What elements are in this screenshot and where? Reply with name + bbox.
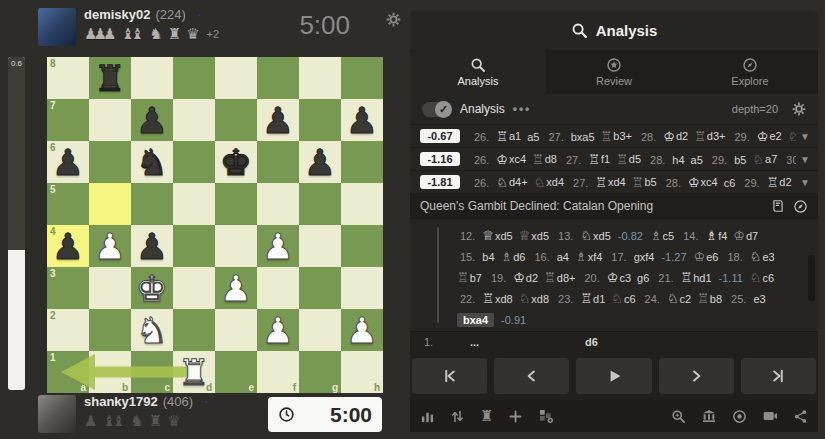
move-san[interactable]: ♖d2 xyxy=(767,175,792,190)
chevron-down-icon[interactable]: ▼ xyxy=(800,154,810,165)
square-c5[interactable] xyxy=(131,183,173,225)
file-label: g xyxy=(332,382,338,393)
move-san[interactable]: ♖b8 xyxy=(697,291,722,306)
file-label: c xyxy=(164,382,170,393)
setup-pieces-icon[interactable]: ♜ xyxy=(480,409,493,424)
captured-pieces-bottom: ♟♝♝♞♜♛ xyxy=(84,411,181,431)
move-san[interactable]: ♖d8+ xyxy=(544,270,575,285)
flip-board-icon[interactable] xyxy=(450,409,465,424)
move-san[interactable]: ♖d1 xyxy=(580,291,605,306)
gif-camera-icon[interactable] xyxy=(762,408,778,424)
move-san[interactable]: ♔xc4 xyxy=(688,175,718,190)
move-san[interactable]: ♖b7 xyxy=(457,270,482,285)
rank-label: 3 xyxy=(50,268,56,279)
move-san[interactable]: ♘c6 xyxy=(750,270,774,285)
square-a2[interactable]: 2 xyxy=(47,309,89,351)
analysis-toggle[interactable]: ✓ xyxy=(422,102,452,117)
panel-title: Analysis xyxy=(596,22,658,39)
move-san[interactable]: ♘xd4 xyxy=(534,175,564,190)
engine-eval-badge: -0.67 xyxy=(420,129,460,143)
bottom-player-bar: shanky1792 (406) ♟♝♝♞♜♛ 5:00 xyxy=(0,393,410,439)
india-flag-icon xyxy=(191,9,207,20)
file-label: b xyxy=(122,382,128,393)
black-rook-figurine: ♖ xyxy=(697,291,709,306)
square-h8[interactable] xyxy=(341,57,383,99)
square-a3[interactable]: 3 xyxy=(47,267,89,309)
black-knight-figurine: ♘ xyxy=(750,270,762,285)
move-san[interactable]: ♖xd4 xyxy=(595,175,625,190)
move-number: 28. xyxy=(641,131,656,143)
square-e8[interactable] xyxy=(215,57,257,99)
analysis-magnifier-icon xyxy=(571,22,588,39)
white-king-figurine: ♔ xyxy=(663,129,675,144)
square-a5[interactable]: 5 xyxy=(47,183,89,225)
board-settings-gear-icon[interactable] xyxy=(386,12,401,27)
square-b6[interactable] xyxy=(89,141,131,183)
square-b8[interactable]: ♜ xyxy=(89,57,131,99)
move-san[interactable]: ♔d2 xyxy=(663,129,688,144)
white-pawn: ♟ xyxy=(89,225,131,267)
file-label: h xyxy=(374,382,380,393)
square-c2[interactable]: ♞ xyxy=(131,309,173,351)
captured-knight-icon: ♞ xyxy=(130,412,143,430)
move-number: 26. xyxy=(474,177,489,189)
chevron-down-icon[interactable]: ▼ xyxy=(800,131,810,142)
move-number: 20. xyxy=(584,272,599,284)
square-f2[interactable]: ♟ xyxy=(257,309,299,351)
square-e3[interactable]: ♟ xyxy=(215,267,257,309)
chess-board[interactable]: 8♜7♟♟♟6♟♞♚♟54♟♟♟♟3♚♟2♞♟♟1abcd♜efgh xyxy=(47,57,383,393)
move-number: 27. xyxy=(566,154,581,166)
player-name[interactable]: shanky1792 xyxy=(84,394,158,409)
top-player-bar: demisky02 (224) ♟♟♟♝♝♞♜♛+2 5:00 xyxy=(0,6,410,54)
square-f1[interactable]: f xyxy=(257,351,299,393)
square-f3[interactable] xyxy=(257,267,299,309)
square-d1[interactable]: d♜ xyxy=(173,351,215,393)
square-g1[interactable]: g xyxy=(299,351,341,393)
square-g4[interactable] xyxy=(299,225,341,267)
square-d8[interactable] xyxy=(173,57,215,99)
move-number: 29. xyxy=(734,131,749,143)
black-knight-figurine: ♘ xyxy=(611,291,623,306)
move-number: 26. xyxy=(474,154,489,166)
analysis-toolbar: ♜ xyxy=(410,400,818,432)
move-number: 27. xyxy=(573,177,588,189)
white-rook-figurine: ♖ xyxy=(681,270,693,285)
square-h1[interactable]: h xyxy=(341,351,383,393)
white-king-figurine: ♔ xyxy=(688,175,700,190)
move-san[interactable]: e3 xyxy=(753,293,765,305)
move-san[interactable]: ♘xd8 xyxy=(519,291,549,306)
black-bishop-figurine: ♗ xyxy=(650,228,662,243)
square-d7[interactable] xyxy=(173,99,215,141)
first-move-button[interactable] xyxy=(412,358,487,394)
move-number: 23. xyxy=(558,293,573,305)
square-g3[interactable] xyxy=(299,267,341,309)
move-san[interactable]: ♘c2 xyxy=(667,291,691,306)
rank-label: 1 xyxy=(50,352,56,363)
white-rook-figurine: ♖ xyxy=(588,152,600,167)
square-e4[interactable] xyxy=(215,225,257,267)
captured-rook-icon: ♜ xyxy=(149,412,162,430)
captured-pieces-top: ♟♟♟♝♝♞♜♛+2 xyxy=(84,24,219,44)
square-a6[interactable]: 6♟ xyxy=(47,141,89,183)
black-rook-figurine: ♖ xyxy=(544,270,556,285)
white-king-figurine: ♔ xyxy=(757,129,769,144)
white-rook-figurine: ♖ xyxy=(767,175,779,190)
square-g7[interactable] xyxy=(299,99,341,141)
move-san[interactable]: ♗xf4 xyxy=(575,249,602,264)
square-f7[interactable]: ♟ xyxy=(257,99,299,141)
move-san[interactable]: ♖xd8 xyxy=(482,291,512,306)
move-san[interactable]: ♖d5 xyxy=(616,152,641,167)
move-number: 30. xyxy=(786,154,796,166)
move-san[interactable]: ♘a7 xyxy=(752,152,777,167)
square-f4[interactable]: ♟ xyxy=(257,225,299,267)
rank-label: 5 xyxy=(50,184,56,195)
captured-queen-icon: ♛ xyxy=(186,25,199,43)
black-king: ♚ xyxy=(215,141,257,183)
mainline-move-row: 1. ... d6 xyxy=(410,331,818,352)
move-list: 12.♕xd5♕xd513.♘xd5-0.82♗c514.♗f4♔d715.b4… xyxy=(410,219,818,331)
file-label: a xyxy=(80,382,86,393)
move-san[interactable]: ♔e2 xyxy=(757,129,782,144)
tab-bar: Analysis Review Explore xyxy=(410,50,818,94)
file-label: f xyxy=(293,382,296,393)
previous-move-button[interactable] xyxy=(494,358,569,394)
india-flag-icon xyxy=(198,396,214,407)
move-number: 15. xyxy=(460,251,475,263)
move-san[interactable]: ♗c5 xyxy=(650,228,674,243)
captured-bishop-icon: ♝♝ xyxy=(121,25,144,43)
square-g2[interactable] xyxy=(299,309,341,351)
next-move-button[interactable] xyxy=(659,358,734,394)
white-pawn: ♟ xyxy=(215,267,257,309)
square-a7[interactable]: 7 xyxy=(47,99,89,141)
black-pawn: ♟ xyxy=(341,99,383,141)
move-san[interactable]: ♖hd1 xyxy=(681,270,712,285)
move-eval: -0.91 xyxy=(501,314,526,326)
rank-label: 8 xyxy=(50,58,56,69)
white-rook-figurine: ♖ xyxy=(496,129,508,144)
square-b1[interactable]: b xyxy=(89,351,131,393)
black-bishop-figurine: ♗ xyxy=(575,249,587,264)
move-san[interactable]: a4 xyxy=(557,251,569,263)
move-san[interactable]: ♔d7 xyxy=(733,228,758,243)
tab-explore[interactable]: Explore xyxy=(682,50,818,94)
chevron-down-icon[interactable]: ▼ xyxy=(800,177,810,188)
move-san[interactable]: ♗f4 xyxy=(705,228,727,243)
square-b2[interactable] xyxy=(89,309,131,351)
engine-line-moves: 26.♘d4+♘xd427.♖xd4♖b528.♔xc4c629.♖d2a530… xyxy=(468,175,796,190)
captured-rook-icon: ♜ xyxy=(168,25,181,43)
square-f5[interactable] xyxy=(257,183,299,225)
current-move[interactable]: bxa4 xyxy=(457,313,494,327)
black-rook-figurine: ♖ xyxy=(532,152,544,167)
move-san[interactable]: ♔e6 xyxy=(694,249,719,264)
move-number: 21. xyxy=(658,272,673,284)
material-advantage: +2 xyxy=(207,28,220,40)
square-h3[interactable] xyxy=(341,267,383,309)
move-number: 16. xyxy=(534,251,549,263)
player-rating: (406) xyxy=(163,394,193,409)
panel-header: Analysis xyxy=(410,10,818,50)
move-san[interactable]: b5 xyxy=(734,154,746,166)
compass-icon xyxy=(742,57,758,73)
black-pawn: ♟ xyxy=(47,225,89,267)
last-move-button[interactable] xyxy=(741,358,816,394)
add-icon[interactable] xyxy=(508,409,523,424)
move-list-row: 22.♖xd8♘xd823.♖d1♘c624.♘c2♖b825.e3 xyxy=(454,288,818,309)
star-circle-icon xyxy=(606,57,622,73)
white-rook-figurine: ♖ xyxy=(580,291,592,306)
move-number: 29. xyxy=(712,154,727,166)
square-h6[interactable] xyxy=(341,141,383,183)
square-b7[interactable] xyxy=(89,99,131,141)
move-san[interactable]: ♕xd5 xyxy=(482,228,512,243)
black-rook-figurine: ♖ xyxy=(601,129,613,144)
white-king-figurine: ♔ xyxy=(496,152,508,167)
black-bishop-figurine: ♗ xyxy=(501,249,513,264)
black-rook-figurine: ♖ xyxy=(457,270,469,285)
square-e2[interactable] xyxy=(215,309,257,351)
avatar[interactable] xyxy=(38,395,76,433)
move-san[interactable]: ♔d2 xyxy=(513,270,538,285)
openings-library-icon[interactable] xyxy=(701,408,717,424)
move-eval: -1.27 xyxy=(661,251,686,263)
white-king: ♚ xyxy=(131,267,173,309)
move-san[interactable]: ♘c6 xyxy=(611,291,635,306)
move-number: 25. xyxy=(731,293,746,305)
move-eval: -0.82 xyxy=(618,230,643,242)
square-g8[interactable] xyxy=(299,57,341,99)
square-c6[interactable]: ♞ xyxy=(131,141,173,183)
more-options-dots-icon[interactable]: ••• xyxy=(513,102,532,116)
move-san[interactable]: ♘d4+ xyxy=(496,175,527,190)
move-san[interactable]: gxf4 xyxy=(634,251,655,263)
move-black[interactable]: d6 xyxy=(559,336,674,348)
square-e6[interactable]: ♚ xyxy=(215,141,257,183)
engine-eval-badge: -1.81 xyxy=(420,175,460,189)
top-clock: 5:00 xyxy=(288,10,350,41)
move-san[interactable]: ♘xd5 xyxy=(580,228,610,243)
captured-knight-icon: ♞ xyxy=(149,25,162,43)
navigation-row xyxy=(410,352,818,400)
move-number: 22. xyxy=(460,293,475,305)
rank-label: 2 xyxy=(50,310,56,321)
play-button[interactable] xyxy=(576,358,651,394)
move-number: 17. xyxy=(611,251,626,263)
square-d3[interactable] xyxy=(173,267,215,309)
engine-toggle-row: ✓ Analysis ••• depth=20 xyxy=(410,94,818,124)
square-d2[interactable] xyxy=(173,309,215,351)
depth-label: depth=20 xyxy=(732,103,778,115)
white-knight-figurine: ♘ xyxy=(496,175,508,190)
move-number: 19. xyxy=(491,272,506,284)
move-san[interactable]: ♖d3+ xyxy=(694,129,725,144)
engine-line[interactable]: -1.8126.♘d4+♘xd427.♖xd4♖b528.♔xc4c629.♖d… xyxy=(410,170,818,193)
engine-lines: -0.6726.♖a1a527.bxa5♖b3+28.♔d2♖d3+29.♔e2… xyxy=(410,124,818,193)
evaluation-label: 0.6 xyxy=(8,59,25,68)
move-list-row: bxa4-0.91 xyxy=(454,309,818,330)
engine-line[interactable]: -0.6726.♖a1a527.bxa5♖b3+28.♔d2♖d3+29.♔e2… xyxy=(410,124,818,147)
avatar[interactable] xyxy=(38,8,76,46)
engine-eval-badge: -1.16 xyxy=(420,152,460,166)
white-pawn: ♟ xyxy=(257,225,299,267)
black-rook-figurine: ♖ xyxy=(616,152,628,167)
analysis-panel: Analysis Analysis Review Explore ✓ Analy… xyxy=(410,10,818,439)
black-knight: ♞ xyxy=(131,141,173,183)
square-c4[interactable]: ♟ xyxy=(131,225,173,267)
square-b3[interactable] xyxy=(89,267,131,309)
opening-book-icon[interactable] xyxy=(771,199,785,213)
engine-settings-gear-icon[interactable] xyxy=(792,102,806,116)
black-rook: ♜ xyxy=(89,57,131,99)
move-san[interactable]: h4 xyxy=(672,154,684,166)
white-pawn: ♟ xyxy=(341,309,383,351)
move-number: 26. xyxy=(474,131,489,143)
move-san[interactable]: ♔xc4 xyxy=(496,152,526,167)
move-number: 28. xyxy=(650,154,665,166)
square-e1[interactable]: e xyxy=(215,351,257,393)
square-c8[interactable] xyxy=(131,57,173,99)
zoom-icon[interactable] xyxy=(671,409,686,424)
move-list-row: 12.♕xd5♕xd513.♘xd5-0.82♗c514.♗f4♔d7 xyxy=(454,225,818,246)
move-san[interactable]: ♖f1 xyxy=(588,152,610,167)
move-number: 18. xyxy=(727,251,742,263)
square-a4[interactable]: 4♟ xyxy=(47,225,89,267)
black-pawn: ♟ xyxy=(299,141,341,183)
white-knight-figurine: ♘ xyxy=(750,249,762,264)
move-san[interactable]: ♖b3+ xyxy=(601,129,632,144)
move-list-row: ♖b719.♔d2♖d8+20.♔c3g621.♖hd1-1.11♘c6 xyxy=(454,267,818,288)
eval-graph-icon[interactable] xyxy=(420,409,435,424)
black-rook-figurine: ♖ xyxy=(694,129,706,144)
black-pawn: ♟ xyxy=(131,225,173,267)
captured-pawn-icon: ♟♟♟ xyxy=(84,25,116,43)
move-san[interactable]: ♔c3 xyxy=(607,270,631,285)
evaluation-bar: 0.6 xyxy=(8,57,25,390)
square-f8[interactable] xyxy=(257,57,299,99)
square-a1[interactable]: 1a xyxy=(47,351,89,393)
move-number: 28. xyxy=(666,177,681,189)
square-a8[interactable]: 8 xyxy=(47,57,89,99)
white-knight-figurine: ♘ xyxy=(580,228,592,243)
variation-guide-line xyxy=(437,227,439,323)
captured-pawn-icon: ♟ xyxy=(84,412,97,430)
white-king-figurine: ♔ xyxy=(513,270,525,285)
move-number: 1. xyxy=(410,336,444,348)
move-number: 12. xyxy=(460,230,475,242)
square-c7[interactable]: ♟ xyxy=(131,99,173,141)
move-san[interactable]: ♘e3 xyxy=(750,249,775,264)
explorer-compass-icon[interactable] xyxy=(793,199,808,214)
square-e7[interactable] xyxy=(215,99,257,141)
move-san[interactable]: a5 xyxy=(691,154,703,166)
move-san[interactable]: ♖a1 xyxy=(496,129,521,144)
move-number: 29. xyxy=(744,177,759,189)
white-king-figurine: ♔ xyxy=(607,270,619,285)
tab-review[interactable]: Review xyxy=(546,50,682,94)
black-knight-figurine: ♘ xyxy=(534,175,546,190)
focus-icon[interactable] xyxy=(732,409,747,424)
opening-row: Queen's Gambit Declined: Catalan Opening xyxy=(410,193,818,219)
captured-bishop-icon: ♝♝ xyxy=(102,412,125,430)
move-san[interactable]: g6 xyxy=(637,272,649,284)
white-knight: ♞ xyxy=(131,309,173,351)
black-knight-figurine: ♘ xyxy=(788,129,796,144)
square-d5[interactable] xyxy=(173,183,215,225)
square-d4[interactable] xyxy=(173,225,215,267)
black-pawn: ♟ xyxy=(47,141,89,183)
square-b4[interactable]: ♟ xyxy=(89,225,131,267)
engine-line[interactable]: -1.1626.♔xc4♖d827.♖f1♖d528.h4a529.b5♘a73… xyxy=(410,147,818,170)
white-knight-figurine: ♘ xyxy=(667,291,679,306)
file-label: e xyxy=(248,382,254,393)
square-h4[interactable] xyxy=(341,225,383,267)
move-number: 24. xyxy=(645,293,660,305)
engine-line-moves: 26.♖a1a527.bxa5♖b3+28.♔d2♖d3+29.♔e2♘xa53… xyxy=(468,129,796,144)
move-number: 14. xyxy=(683,230,698,242)
black-king-figurine: ♔ xyxy=(694,249,706,264)
black-rook-figurine: ♖ xyxy=(632,175,644,190)
white-rook-figurine: ♖ xyxy=(595,175,607,190)
square-e5[interactable] xyxy=(215,183,257,225)
black-pawn: ♟ xyxy=(131,99,173,141)
move-san[interactable]: ♘xa5 xyxy=(788,129,796,144)
white-rook-figurine: ♖ xyxy=(482,291,494,306)
square-g5[interactable] xyxy=(299,183,341,225)
white-bishop-figurine: ♗ xyxy=(705,228,717,243)
share-icon[interactable] xyxy=(793,409,808,424)
move-san[interactable]: ♖d8 xyxy=(532,152,557,167)
player-name[interactable]: demisky02 xyxy=(84,7,151,22)
move-san[interactable]: bxa5 xyxy=(571,131,595,143)
black-king-figurine: ♔ xyxy=(733,228,745,243)
movelist-scrollbar[interactable] xyxy=(808,255,815,301)
black-knight-figurine: ♘ xyxy=(752,152,764,167)
square-c1[interactable]: c xyxy=(131,351,173,393)
square-g6[interactable]: ♟ xyxy=(299,141,341,183)
square-h5[interactable] xyxy=(341,183,383,225)
square-d6[interactable] xyxy=(173,141,215,183)
white-rook: ♜ xyxy=(173,351,215,393)
board-editor-icon[interactable] xyxy=(538,408,554,424)
black-queen-figurine: ♕ xyxy=(519,228,531,243)
square-f6[interactable] xyxy=(257,141,299,183)
square-h7[interactable]: ♟ xyxy=(341,99,383,141)
move-san[interactable]: b4 xyxy=(482,251,494,263)
move-san[interactable]: ♖b5 xyxy=(632,175,657,190)
white-pawn: ♟ xyxy=(257,309,299,351)
engine-line-moves: 26.♔xc4♖d827.♖f1♖d528.h4a529.b5♘a730.e4♖… xyxy=(468,152,796,167)
move-san[interactable]: c6 xyxy=(724,177,736,189)
tab-analysis[interactable]: Analysis xyxy=(410,50,546,94)
move-san[interactable]: a5 xyxy=(527,131,539,143)
square-c3[interactable]: ♚ xyxy=(131,267,173,309)
square-h2[interactable]: ♟ xyxy=(341,309,383,351)
square-b5[interactable] xyxy=(89,183,131,225)
move-white[interactable]: ... xyxy=(444,336,559,348)
black-knight-figurine: ♘ xyxy=(519,291,531,306)
move-san[interactable]: ♕xd5 xyxy=(519,228,549,243)
opening-name: Queen's Gambit Declined: Catalan Opening xyxy=(420,199,763,213)
rank-label: 7 xyxy=(50,100,56,111)
clock-icon xyxy=(278,406,295,423)
black-pawn: ♟ xyxy=(257,99,299,141)
magnifier-icon xyxy=(470,57,486,73)
move-san[interactable]: ♗d6 xyxy=(501,249,526,264)
